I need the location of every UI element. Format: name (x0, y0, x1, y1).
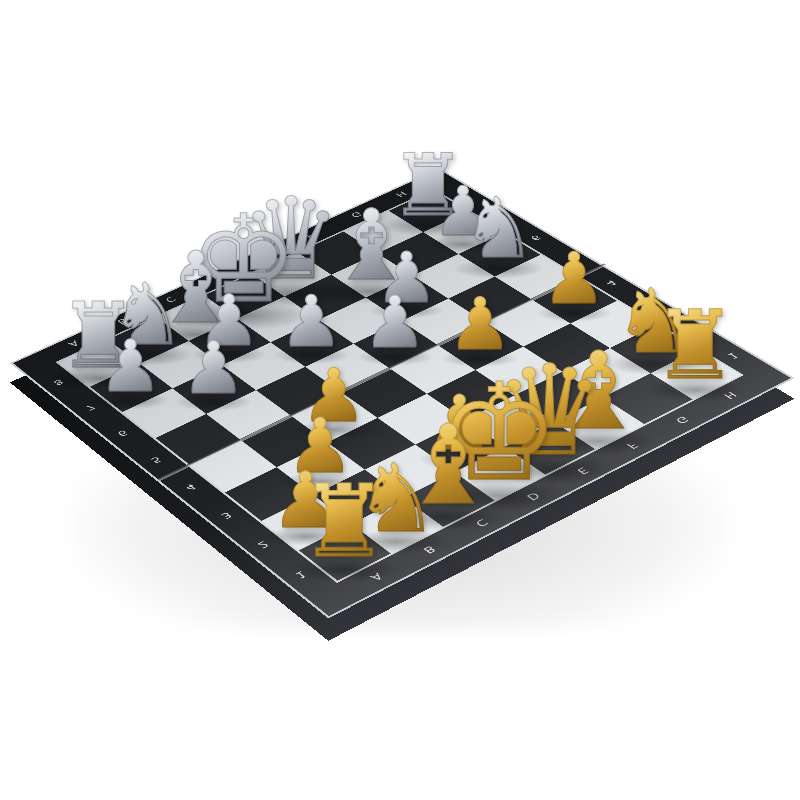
file-label-rear-F: F (303, 232, 316, 239)
file-label-front-C: C (473, 517, 490, 528)
file-label-front-H: H (721, 390, 738, 400)
rank-label-left-7: 7 (83, 403, 97, 412)
rank-label-left-4: 4 (183, 482, 198, 492)
file-label-rear-B: B (115, 317, 129, 325)
file-label-front-F: F (624, 441, 640, 450)
file-label-rear-D: D (211, 273, 226, 282)
file-label-rear-E: E (257, 253, 271, 261)
rank-label-right-7: 7 (492, 212, 506, 220)
file-label-front-D: D (524, 491, 542, 502)
file-label-rear-C: C (163, 295, 177, 303)
file-label-front-B: B (421, 544, 438, 555)
rank-label-left-1: 1 (293, 569, 309, 580)
rank-label-left-3: 3 (218, 510, 233, 520)
rank-label-right-5: 5 (565, 256, 580, 264)
rank-label-left-6: 6 (115, 429, 129, 438)
rank-label-left-2: 2 (255, 539, 271, 549)
rank-label-right-3: 3 (643, 302, 658, 310)
rank-label-right-6: 6 (528, 234, 542, 242)
file-label-front-E: E (575, 466, 591, 476)
rank-label-right-2: 2 (683, 326, 699, 335)
rank-label-left-5: 5 (149, 455, 164, 464)
file-label-front-A: A (368, 571, 385, 582)
rank-label-left-8: 8 (51, 378, 65, 387)
chess-product-photo: AABBCCDDEEFFGGHH1122334455667788 ♜♞♝♚♛♜♟… (0, 0, 800, 800)
file-label-rear-G: G (349, 210, 364, 218)
rank-label-right-8: 8 (457, 191, 471, 198)
rank-label-right-1: 1 (725, 351, 741, 360)
file-label-rear-A: A (66, 339, 80, 348)
file-label-front-G: G (673, 415, 691, 425)
file-label-rear-H: H (393, 190, 408, 198)
rank-label-right-4: 4 (604, 279, 619, 287)
